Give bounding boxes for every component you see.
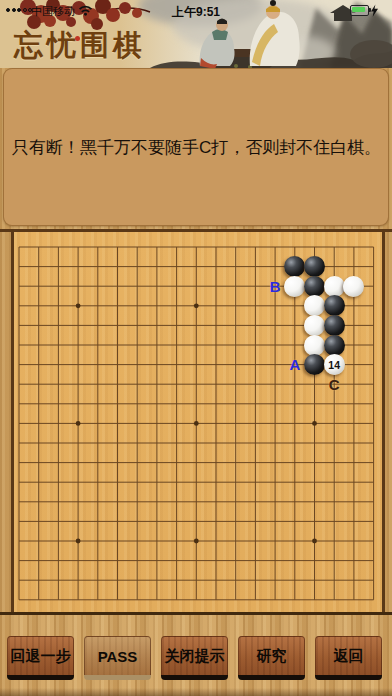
board-section: 14BAC	[0, 229, 392, 615]
app-screen: 中国移动 上午9:51 忘忧围棋 只有断！黑千万不要随手C打，否则封不住白棋。 …	[0, 0, 392, 696]
pass-button-label: PASS	[84, 636, 151, 675]
header: 中国移动 上午9:51 忘忧围棋	[0, 0, 392, 68]
title-red-seal-dot	[75, 36, 80, 41]
go-board[interactable]: 14BAC	[11, 232, 385, 612]
battery-icon	[350, 5, 369, 16]
stone-white-S17	[343, 276, 364, 297]
status-bar: 中国移动 上午9:51	[0, 0, 392, 20]
stone-white-P17	[284, 276, 305, 297]
stone-white-Q14	[304, 335, 325, 356]
close-hint-button-label: 关闭提示	[161, 636, 228, 675]
undo-button[interactable]: 回退一步	[7, 636, 74, 680]
bottom-shade	[0, 688, 392, 696]
study-button-label: 研究	[238, 636, 305, 675]
stone-black-Q18	[304, 256, 325, 277]
back-button[interactable]: 返回	[315, 636, 382, 680]
hint-panel: 只有断！黑千万不要随手C打，否则封不住白棋。	[3, 68, 389, 226]
stone-black-R15	[324, 315, 345, 336]
stone-white-R17	[324, 276, 345, 297]
clock: 上午9:51	[0, 4, 392, 21]
close-hint-button[interactable]: 关闭提示	[161, 636, 228, 680]
stone-black-Q17	[304, 276, 325, 297]
study-button[interactable]: 研究	[238, 636, 305, 680]
stone-black-R16	[324, 295, 345, 316]
point-label-B: B	[265, 276, 285, 296]
stone-black-R14	[324, 335, 345, 356]
stone-black-Q13	[304, 354, 325, 375]
point-label-C: C	[324, 374, 344, 394]
back-button-label: 返回	[315, 636, 382, 675]
stone-white-R13: 14	[324, 354, 345, 375]
undo-button-label: 回退一步	[7, 636, 74, 675]
point-label-A: A	[285, 355, 305, 375]
pass-button[interactable]: PASS	[84, 636, 151, 680]
stone-white-Q15	[304, 315, 325, 336]
toolbar: 回退一步 PASS 关闭提示 研究 返回	[0, 615, 392, 696]
app-title: 忘忧围棋	[14, 26, 146, 66]
hint-text: 只有断！黑千万不要随手C打，否则封不住白棋。	[4, 136, 387, 159]
charging-bolt-icon	[371, 4, 378, 17]
